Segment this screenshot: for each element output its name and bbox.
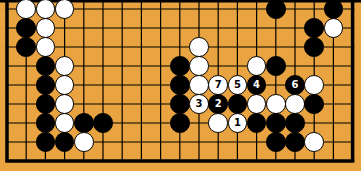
stone-black[interactable] xyxy=(266,113,286,133)
move-number-label: 3 xyxy=(196,99,203,109)
stone-black[interactable] xyxy=(36,56,56,76)
stone-white[interactable] xyxy=(189,56,209,76)
stone-white-move-5[interactable]: 5 xyxy=(228,75,248,95)
move-number-label: 1 xyxy=(234,118,241,128)
stone-white-move-7[interactable]: 7 xyxy=(208,75,228,95)
stone-white[interactable] xyxy=(55,56,75,76)
stone-white[interactable] xyxy=(304,75,324,95)
move-number-label: 4 xyxy=(253,80,260,90)
stone-black[interactable] xyxy=(36,75,56,95)
move-number-label: 5 xyxy=(234,80,241,90)
stone-black[interactable] xyxy=(74,113,94,133)
stone-black[interactable] xyxy=(55,132,75,152)
stone-white[interactable] xyxy=(55,113,75,133)
stone-white[interactable] xyxy=(36,18,56,38)
stone-black[interactable] xyxy=(285,132,305,152)
move-number-label: 7 xyxy=(215,80,222,90)
stone-black[interactable] xyxy=(170,56,190,76)
stone-black-move-6[interactable]: 6 xyxy=(285,75,305,95)
stone-black[interactable] xyxy=(304,18,324,38)
stone-white[interactable] xyxy=(285,94,305,114)
stone-white-move-1[interactable]: 1 xyxy=(228,113,248,133)
stone-black[interactable] xyxy=(170,94,190,114)
stone-white[interactable] xyxy=(36,37,56,57)
stone-white[interactable] xyxy=(55,0,75,19)
move-number-label: 2 xyxy=(215,99,222,109)
stone-black[interactable] xyxy=(93,113,113,133)
stone-black[interactable] xyxy=(16,18,36,38)
stone-white[interactable] xyxy=(55,94,75,114)
stone-black-move-4[interactable]: 4 xyxy=(247,75,267,95)
stone-white[interactable] xyxy=(247,56,267,76)
move-number-label: 6 xyxy=(292,80,299,90)
stone-white[interactable] xyxy=(208,113,228,133)
go-diagram: 7546321 xyxy=(0,0,361,171)
stone-white-move-3[interactable]: 3 xyxy=(189,94,209,114)
stone-black[interactable] xyxy=(304,94,324,114)
stone-black[interactable] xyxy=(170,113,190,133)
stone-black[interactable] xyxy=(266,0,286,19)
stone-white[interactable] xyxy=(304,132,324,152)
stone-black[interactable] xyxy=(285,113,305,133)
stone-black[interactable] xyxy=(247,113,267,133)
stone-white[interactable] xyxy=(189,37,209,57)
go-board[interactable]: 7546321 xyxy=(0,0,361,171)
stone-black[interactable] xyxy=(228,94,248,114)
stone-white[interactable] xyxy=(16,0,36,19)
stone-black[interactable] xyxy=(304,37,324,57)
stone-black[interactable] xyxy=(266,132,286,152)
stone-white[interactable] xyxy=(324,18,344,38)
stone-black[interactable] xyxy=(324,0,344,19)
stone-white[interactable] xyxy=(36,0,56,19)
stone-white[interactable] xyxy=(189,75,209,95)
stone-black[interactable] xyxy=(16,37,36,57)
stone-black[interactable] xyxy=(36,132,56,152)
stone-black-move-2[interactable]: 2 xyxy=(208,94,228,114)
stone-black[interactable] xyxy=(266,56,286,76)
stone-black[interactable] xyxy=(170,75,190,95)
stone-white[interactable] xyxy=(55,75,75,95)
stone-white[interactable] xyxy=(266,94,286,114)
stone-black[interactable] xyxy=(36,113,56,133)
stone-white[interactable] xyxy=(74,132,94,152)
stone-white[interactable] xyxy=(247,94,267,114)
stone-black[interactable] xyxy=(36,94,56,114)
